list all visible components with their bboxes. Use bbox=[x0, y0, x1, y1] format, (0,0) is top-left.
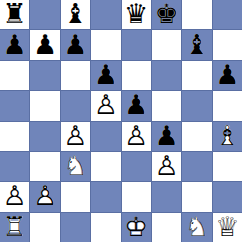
square-f3[interactable]: ♟♙ bbox=[152, 152, 181, 181]
piece-glyph: ♕ bbox=[213, 213, 242, 242]
white-pawn[interactable]: ♟♙ bbox=[122, 122, 151, 151]
square-d6[interactable]: ♟♟ bbox=[91, 61, 120, 90]
piece-glyph: ♙ bbox=[0, 182, 29, 211]
square-h2[interactable] bbox=[213, 182, 242, 211]
square-f1[interactable] bbox=[152, 213, 181, 242]
piece-glyph: ♘ bbox=[61, 152, 90, 181]
white-pawn[interactable]: ♟♙ bbox=[61, 122, 90, 151]
square-f4[interactable]: ♟♟ bbox=[152, 122, 181, 151]
square-a5[interactable] bbox=[0, 91, 29, 120]
square-b5[interactable] bbox=[30, 91, 59, 120]
square-d7[interactable] bbox=[91, 30, 120, 59]
square-b1[interactable] bbox=[30, 213, 59, 242]
square-h5[interactable] bbox=[213, 91, 242, 120]
square-c1[interactable] bbox=[61, 213, 90, 242]
square-c7[interactable]: ♟♟ bbox=[61, 30, 90, 59]
piece-glyph: ♜ bbox=[0, 0, 29, 29]
square-b7[interactable]: ♟♟ bbox=[30, 30, 59, 59]
white-bishop[interactable]: ♝♗ bbox=[213, 122, 242, 151]
square-f8[interactable]: ♚♚ bbox=[152, 0, 181, 29]
square-c5[interactable] bbox=[61, 91, 90, 120]
white-pawn[interactable]: ♟♙ bbox=[30, 182, 59, 211]
piece-glyph: ♚ bbox=[152, 0, 181, 29]
piece-glyph: ♗ bbox=[213, 122, 242, 151]
black-king[interactable]: ♚♚ bbox=[152, 0, 181, 29]
black-pawn[interactable]: ♟♟ bbox=[122, 91, 151, 120]
square-c6[interactable] bbox=[61, 61, 90, 90]
piece-glyph: ♔ bbox=[122, 213, 151, 242]
square-a2[interactable]: ♟♙ bbox=[0, 182, 29, 211]
square-e6[interactable] bbox=[122, 61, 151, 90]
black-bishop[interactable]: ♝♝ bbox=[182, 30, 211, 59]
square-a6[interactable] bbox=[0, 61, 29, 90]
square-b3[interactable] bbox=[30, 152, 59, 181]
square-a3[interactable] bbox=[0, 152, 29, 181]
square-e4[interactable]: ♟♙ bbox=[122, 122, 151, 151]
square-b6[interactable] bbox=[30, 61, 59, 90]
square-f6[interactable] bbox=[152, 61, 181, 90]
square-g3[interactable] bbox=[182, 152, 211, 181]
square-h1[interactable]: ♛♕ bbox=[213, 213, 242, 242]
square-b4[interactable] bbox=[30, 122, 59, 151]
black-queen[interactable]: ♛♛ bbox=[122, 0, 151, 29]
square-e8[interactable]: ♛♛ bbox=[122, 0, 151, 29]
square-e2[interactable] bbox=[122, 182, 151, 211]
black-pawn[interactable]: ♟♟ bbox=[152, 122, 181, 151]
white-pawn[interactable]: ♟♙ bbox=[91, 91, 120, 120]
piece-glyph: ♙ bbox=[91, 91, 120, 120]
square-g8[interactable] bbox=[182, 0, 211, 29]
square-a7[interactable]: ♟♟ bbox=[0, 30, 29, 59]
piece-glyph: ♙ bbox=[61, 122, 90, 151]
white-knight[interactable]: ♞♘ bbox=[182, 213, 211, 242]
white-pawn[interactable]: ♟♙ bbox=[0, 182, 29, 211]
square-e3[interactable] bbox=[122, 152, 151, 181]
square-g7[interactable]: ♝♝ bbox=[182, 30, 211, 59]
piece-glyph: ♟ bbox=[30, 30, 59, 59]
square-f7[interactable] bbox=[152, 30, 181, 59]
square-e7[interactable] bbox=[122, 30, 151, 59]
piece-glyph: ♟ bbox=[61, 30, 90, 59]
piece-glyph: ♙ bbox=[152, 152, 181, 181]
square-f5[interactable] bbox=[152, 91, 181, 120]
square-c3[interactable]: ♞♘ bbox=[61, 152, 90, 181]
piece-glyph: ♟ bbox=[0, 30, 29, 59]
white-rook[interactable]: ♜♖ bbox=[0, 213, 29, 242]
white-pawn[interactable]: ♟♙ bbox=[152, 152, 181, 181]
square-d2[interactable] bbox=[91, 182, 120, 211]
square-f2[interactable] bbox=[152, 182, 181, 211]
square-e1[interactable]: ♚♔ bbox=[122, 213, 151, 242]
square-d5[interactable]: ♟♙ bbox=[91, 91, 120, 120]
square-g1[interactable]: ♞♘ bbox=[182, 213, 211, 242]
square-h6[interactable]: ♟♟ bbox=[213, 61, 242, 90]
square-h3[interactable] bbox=[213, 152, 242, 181]
piece-glyph: ♟ bbox=[152, 122, 181, 151]
black-rook[interactable]: ♜♜ bbox=[0, 0, 29, 29]
square-h8[interactable] bbox=[213, 0, 242, 29]
square-g2[interactable] bbox=[182, 182, 211, 211]
piece-glyph: ♝ bbox=[182, 30, 211, 59]
piece-glyph: ♙ bbox=[30, 182, 59, 211]
piece-glyph: ♙ bbox=[122, 122, 151, 151]
black-pawn[interactable]: ♟♟ bbox=[61, 30, 90, 59]
black-pawn[interactable]: ♟♟ bbox=[91, 61, 120, 90]
square-g6[interactable] bbox=[182, 61, 211, 90]
square-g5[interactable] bbox=[182, 91, 211, 120]
black-pawn[interactable]: ♟♟ bbox=[0, 30, 29, 59]
chess-board: ♜♜♝♝♛♛♚♚♟♟♟♟♟♟♝♝♟♟♟♟♟♙♟♟♟♙♟♙♟♟♝♗♞♘♟♙♟♙♟♙… bbox=[0, 0, 242, 242]
piece-glyph: ♛ bbox=[122, 0, 151, 29]
square-d8[interactable] bbox=[91, 0, 120, 29]
square-g4[interactable] bbox=[182, 122, 211, 151]
piece-glyph: ♟ bbox=[91, 61, 120, 90]
square-c8[interactable]: ♝♝ bbox=[61, 0, 90, 29]
square-a1[interactable]: ♜♖ bbox=[0, 213, 29, 242]
square-b8[interactable] bbox=[30, 0, 59, 29]
white-queen[interactable]: ♛♕ bbox=[213, 213, 242, 242]
black-bishop[interactable]: ♝♝ bbox=[61, 0, 90, 29]
white-knight[interactable]: ♞♘ bbox=[61, 152, 90, 181]
square-d1[interactable] bbox=[91, 213, 120, 242]
piece-glyph: ♟ bbox=[213, 61, 242, 90]
square-b2[interactable]: ♟♙ bbox=[30, 182, 59, 211]
piece-glyph: ♟ bbox=[122, 91, 151, 120]
square-c2[interactable] bbox=[61, 182, 90, 211]
piece-glyph: ♖ bbox=[0, 213, 29, 242]
black-pawn[interactable]: ♟♟ bbox=[213, 61, 242, 90]
white-king[interactable]: ♚♔ bbox=[122, 213, 151, 242]
square-a4[interactable] bbox=[0, 122, 29, 151]
piece-glyph: ♝ bbox=[61, 0, 90, 29]
piece-glyph: ♘ bbox=[182, 213, 211, 242]
square-h7[interactable] bbox=[213, 30, 242, 59]
square-h4[interactable]: ♝♗ bbox=[213, 122, 242, 151]
square-d3[interactable] bbox=[91, 152, 120, 181]
square-a8[interactable]: ♜♜ bbox=[0, 0, 29, 29]
square-c4[interactable]: ♟♙ bbox=[61, 122, 90, 151]
square-e5[interactable]: ♟♟ bbox=[122, 91, 151, 120]
black-pawn[interactable]: ♟♟ bbox=[30, 30, 59, 59]
square-d4[interactable] bbox=[91, 122, 120, 151]
